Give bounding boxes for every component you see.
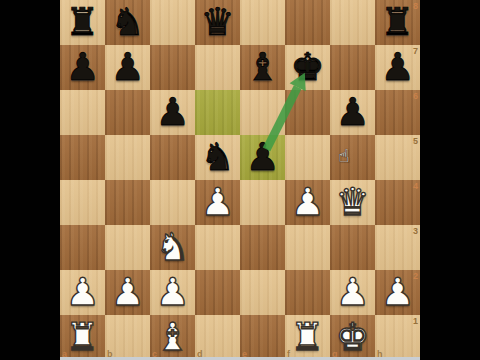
square-f6[interactable] bbox=[285, 90, 330, 135]
square-b2[interactable]: ♟ bbox=[105, 270, 150, 315]
chess-board: ♜♞♛8♜♟♟♝♚7♟♟♟6♞♟5♟♟♛4♞3♟♟♟♟2♟a♜bc♝def♜g♚… bbox=[60, 0, 420, 360]
piece-white-pawn[interactable]: ♟ bbox=[60, 270, 105, 315]
square-g2[interactable]: ♟ bbox=[330, 270, 375, 315]
square-a4[interactable] bbox=[60, 180, 105, 225]
piece-black-pawn[interactable]: ♟ bbox=[240, 135, 285, 180]
square-e8[interactable] bbox=[240, 0, 285, 45]
square-e5[interactable]: ♟ bbox=[240, 135, 285, 180]
piece-white-bishop[interactable]: ♝ bbox=[150, 315, 195, 360]
piece-white-pawn[interactable]: ♟ bbox=[285, 180, 330, 225]
square-a6[interactable] bbox=[60, 90, 105, 135]
piece-white-rook[interactable]: ♜ bbox=[60, 315, 105, 360]
square-a5[interactable] bbox=[60, 135, 105, 180]
square-g6[interactable]: ♟ bbox=[330, 90, 375, 135]
square-b1[interactable]: b bbox=[105, 315, 150, 360]
square-h5[interactable]: 5 bbox=[375, 135, 420, 180]
square-a7[interactable]: ♟ bbox=[60, 45, 105, 90]
piece-black-queen[interactable]: ♛ bbox=[195, 0, 240, 45]
piece-white-king[interactable]: ♚ bbox=[330, 315, 375, 360]
square-c4[interactable] bbox=[150, 180, 195, 225]
letterbox-left bbox=[0, 0, 60, 360]
square-d2[interactable] bbox=[195, 270, 240, 315]
square-g1[interactable]: g♚ bbox=[330, 315, 375, 360]
square-c5[interactable] bbox=[150, 135, 195, 180]
piece-white-pawn[interactable]: ♟ bbox=[330, 270, 375, 315]
piece-black-pawn[interactable]: ♟ bbox=[150, 90, 195, 135]
square-g7[interactable] bbox=[330, 45, 375, 90]
square-b6[interactable] bbox=[105, 90, 150, 135]
square-d5[interactable]: ♞ bbox=[195, 135, 240, 180]
square-d1[interactable]: d bbox=[195, 315, 240, 360]
video-frame: ♜♞♛8♜♟♟♝♚7♟♟♟6♞♟5♟♟♛4♞3♟♟♟♟2♟a♜bc♝def♜g♚… bbox=[0, 0, 480, 360]
square-a1[interactable]: a♜ bbox=[60, 315, 105, 360]
piece-white-rook[interactable]: ♜ bbox=[285, 315, 330, 360]
square-e4[interactable] bbox=[240, 180, 285, 225]
square-e2[interactable] bbox=[240, 270, 285, 315]
square-f8[interactable] bbox=[285, 0, 330, 45]
square-f2[interactable] bbox=[285, 270, 330, 315]
square-b4[interactable] bbox=[105, 180, 150, 225]
square-b7[interactable]: ♟ bbox=[105, 45, 150, 90]
piece-black-king[interactable]: ♚ bbox=[285, 45, 330, 90]
rank-label-3: 3 bbox=[413, 226, 418, 236]
square-e6[interactable] bbox=[240, 90, 285, 135]
square-d6[interactable] bbox=[195, 90, 240, 135]
piece-black-knight[interactable]: ♞ bbox=[105, 0, 150, 45]
square-d7[interactable] bbox=[195, 45, 240, 90]
square-e1[interactable]: e bbox=[240, 315, 285, 360]
square-e7[interactable]: ♝ bbox=[240, 45, 285, 90]
square-c8[interactable] bbox=[150, 0, 195, 45]
square-h6[interactable]: 6 bbox=[375, 90, 420, 135]
letterbox-right bbox=[420, 0, 480, 360]
square-d3[interactable] bbox=[195, 225, 240, 270]
square-d8[interactable]: ♛ bbox=[195, 0, 240, 45]
square-c1[interactable]: c♝ bbox=[150, 315, 195, 360]
square-c7[interactable] bbox=[150, 45, 195, 90]
square-d4[interactable]: ♟ bbox=[195, 180, 240, 225]
square-a8[interactable]: ♜ bbox=[60, 0, 105, 45]
square-h8[interactable]: 8♜ bbox=[375, 0, 420, 45]
square-b8[interactable]: ♞ bbox=[105, 0, 150, 45]
square-f3[interactable] bbox=[285, 225, 330, 270]
rank-label-6: 6 bbox=[413, 91, 418, 101]
square-b3[interactable] bbox=[105, 225, 150, 270]
piece-black-pawn[interactable]: ♟ bbox=[330, 90, 375, 135]
piece-white-pawn[interactable]: ♟ bbox=[375, 270, 420, 315]
piece-black-pawn[interactable]: ♟ bbox=[375, 45, 420, 90]
square-g8[interactable] bbox=[330, 0, 375, 45]
square-h3[interactable]: 3 bbox=[375, 225, 420, 270]
piece-black-rook[interactable]: ♜ bbox=[375, 0, 420, 45]
piece-white-knight[interactable]: ♞ bbox=[150, 225, 195, 270]
piece-black-pawn[interactable]: ♟ bbox=[60, 45, 105, 90]
square-h1[interactable]: 1h bbox=[375, 315, 420, 360]
piece-white-pawn[interactable]: ♟ bbox=[150, 270, 195, 315]
piece-white-pawn[interactable]: ♟ bbox=[195, 180, 240, 225]
piece-black-bishop[interactable]: ♝ bbox=[240, 45, 285, 90]
square-f5[interactable] bbox=[285, 135, 330, 180]
square-h7[interactable]: 7♟ bbox=[375, 45, 420, 90]
square-g5[interactable] bbox=[330, 135, 375, 180]
square-h4[interactable]: 4 bbox=[375, 180, 420, 225]
square-f7[interactable]: ♚ bbox=[285, 45, 330, 90]
piece-black-knight[interactable]: ♞ bbox=[195, 135, 240, 180]
piece-white-pawn[interactable]: ♟ bbox=[105, 270, 150, 315]
piece-black-pawn[interactable]: ♟ bbox=[105, 45, 150, 90]
square-c6[interactable]: ♟ bbox=[150, 90, 195, 135]
square-g3[interactable] bbox=[330, 225, 375, 270]
square-a3[interactable] bbox=[60, 225, 105, 270]
square-a2[interactable]: ♟ bbox=[60, 270, 105, 315]
square-c2[interactable]: ♟ bbox=[150, 270, 195, 315]
rank-label-4: 4 bbox=[413, 181, 418, 191]
piece-white-queen[interactable]: ♛ bbox=[330, 180, 375, 225]
piece-black-rook[interactable]: ♜ bbox=[60, 0, 105, 45]
square-b5[interactable] bbox=[105, 135, 150, 180]
square-g4[interactable]: ♛ bbox=[330, 180, 375, 225]
square-h2[interactable]: 2♟ bbox=[375, 270, 420, 315]
rank-label-1: 1 bbox=[413, 316, 418, 326]
rank-label-5: 5 bbox=[413, 136, 418, 146]
square-f1[interactable]: f♜ bbox=[285, 315, 330, 360]
square-f4[interactable]: ♟ bbox=[285, 180, 330, 225]
square-c3[interactable]: ♞ bbox=[150, 225, 195, 270]
square-e3[interactable] bbox=[240, 225, 285, 270]
